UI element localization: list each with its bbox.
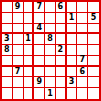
sudoku-cell-given: 7: [34, 2, 45, 13]
sudoku-cell-empty[interactable]: [67, 24, 78, 35]
sudoku-cell-given: 6: [77, 67, 88, 78]
sudoku-board: 97615431882776931: [0, 0, 101, 101]
sudoku-cell-empty[interactable]: [67, 45, 78, 56]
sudoku-cell-empty[interactable]: [34, 56, 45, 67]
sudoku-cell-empty[interactable]: [2, 13, 13, 24]
sudoku-cell-given: 7: [77, 56, 88, 67]
sudoku-cell-empty[interactable]: [56, 13, 67, 24]
sudoku-cell-empty[interactable]: [67, 56, 78, 67]
sudoku-cell-empty[interactable]: [2, 24, 13, 35]
sudoku-cell-empty[interactable]: [56, 56, 67, 67]
sudoku-cell-given: 2: [56, 45, 67, 56]
sudoku-cell-empty[interactable]: [45, 67, 56, 78]
sudoku-cell-empty[interactable]: [45, 77, 56, 88]
sudoku-cell-empty[interactable]: [45, 13, 56, 24]
sudoku-cell-empty[interactable]: [13, 56, 24, 67]
sudoku-cell-empty[interactable]: [56, 24, 67, 35]
sudoku-cell-empty[interactable]: [77, 2, 88, 13]
sudoku-cell-empty[interactable]: [56, 67, 67, 78]
sudoku-cell-given: 1: [45, 88, 56, 99]
sudoku-cell-empty[interactable]: [24, 56, 35, 67]
sudoku-cell-empty[interactable]: [56, 88, 67, 99]
sudoku-cell-empty[interactable]: [88, 88, 99, 99]
sudoku-cell-empty[interactable]: [34, 45, 45, 56]
sudoku-cell-given: 3: [2, 34, 13, 45]
sudoku-cell-empty[interactable]: [77, 13, 88, 24]
sudoku-cell-empty[interactable]: [13, 88, 24, 99]
sudoku-cell-empty[interactable]: [24, 77, 35, 88]
sudoku-cell-empty[interactable]: [34, 67, 45, 78]
sudoku-cell-empty[interactable]: [88, 2, 99, 13]
sudoku-cell-empty[interactable]: [34, 34, 45, 45]
sudoku-cell-empty[interactable]: [56, 34, 67, 45]
sudoku-cell-given: 7: [13, 67, 24, 78]
sudoku-cell-empty[interactable]: [2, 77, 13, 88]
sudoku-cell-given: 9: [13, 2, 24, 13]
sudoku-cell-empty[interactable]: [24, 2, 35, 13]
sudoku-cell-empty[interactable]: [34, 13, 45, 24]
sudoku-cell-given: 9: [34, 77, 45, 88]
sudoku-cell-empty[interactable]: [24, 13, 35, 24]
sudoku-cell-empty[interactable]: [13, 77, 24, 88]
sudoku-cell-empty[interactable]: [2, 2, 13, 13]
sudoku-cell-empty[interactable]: [67, 2, 78, 13]
sudoku-cell-given: 3: [67, 77, 78, 88]
sudoku-cell-empty[interactable]: [45, 24, 56, 35]
sudoku-cell-empty[interactable]: [88, 45, 99, 56]
sudoku-cell-given: 1: [24, 34, 35, 45]
sudoku-cell-empty[interactable]: [67, 34, 78, 45]
sudoku-cell-empty[interactable]: [45, 56, 56, 67]
sudoku-cell-given: 8: [45, 34, 56, 45]
sudoku-cell-empty[interactable]: [24, 88, 35, 99]
sudoku-cell-empty[interactable]: [88, 67, 99, 78]
sudoku-cell-empty[interactable]: [77, 45, 88, 56]
sudoku-cell-empty[interactable]: [88, 56, 99, 67]
sudoku-cell-empty[interactable]: [77, 88, 88, 99]
sudoku-cell-given: 6: [56, 2, 67, 13]
sudoku-cell-given: 4: [34, 24, 45, 35]
sudoku-cell-empty[interactable]: [13, 24, 24, 35]
sudoku-cell-empty[interactable]: [45, 2, 56, 13]
sudoku-cell-empty[interactable]: [67, 67, 78, 78]
sudoku-cell-empty[interactable]: [24, 67, 35, 78]
sudoku-cell-empty[interactable]: [2, 88, 13, 99]
sudoku-cell-empty[interactable]: [13, 34, 24, 45]
sudoku-cell-empty[interactable]: [45, 45, 56, 56]
sudoku-cell-empty[interactable]: [24, 24, 35, 35]
sudoku-cell-empty[interactable]: [88, 24, 99, 35]
sudoku-cell-empty[interactable]: [24, 45, 35, 56]
sudoku-cell-empty[interactable]: [13, 13, 24, 24]
sudoku-cell-empty[interactable]: [34, 88, 45, 99]
sudoku-cell-empty[interactable]: [77, 24, 88, 35]
sudoku-cell-empty[interactable]: [13, 45, 24, 56]
sudoku-cell-empty[interactable]: [88, 77, 99, 88]
sudoku-cell-empty[interactable]: [2, 67, 13, 78]
sudoku-cell-empty[interactable]: [67, 88, 78, 99]
sudoku-cell-given: 8: [2, 45, 13, 56]
sudoku-cell-given: 5: [88, 13, 99, 24]
sudoku-cell-empty[interactable]: [56, 77, 67, 88]
sudoku-cell-empty[interactable]: [88, 34, 99, 45]
sudoku-cell-empty[interactable]: [77, 34, 88, 45]
sudoku-cell-given: 1: [67, 13, 78, 24]
sudoku-cell-empty[interactable]: [77, 77, 88, 88]
sudoku-cell-empty[interactable]: [2, 56, 13, 67]
